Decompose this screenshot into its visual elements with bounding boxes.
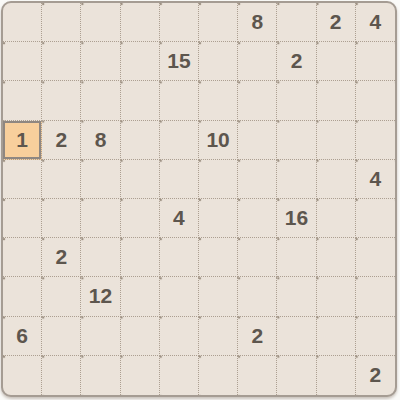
cell-r9c6[interactable] bbox=[238, 356, 277, 395]
cell-r5c0[interactable] bbox=[3, 199, 42, 238]
cell-r9c1[interactable] bbox=[42, 356, 81, 395]
cell-r8c7[interactable] bbox=[277, 317, 316, 356]
cell-r7c1[interactable] bbox=[42, 277, 81, 316]
cell-r5c6[interactable] bbox=[238, 199, 277, 238]
cell-r3c6[interactable] bbox=[238, 121, 277, 160]
cell-r4c8[interactable] bbox=[317, 160, 356, 199]
cell-r8c5[interactable] bbox=[199, 317, 238, 356]
cell-r9c7[interactable] bbox=[277, 356, 316, 395]
cell-r2c2[interactable] bbox=[81, 81, 120, 120]
cell-r2c0[interactable] bbox=[3, 81, 42, 120]
cell-r5c9[interactable] bbox=[356, 199, 395, 238]
cell-r2c7[interactable] bbox=[277, 81, 316, 120]
cell-r0c6[interactable]: 8 bbox=[238, 3, 277, 42]
cell-r1c0[interactable] bbox=[3, 42, 42, 81]
cell-r1c2[interactable] bbox=[81, 42, 120, 81]
cell-r0c8[interactable]: 2 bbox=[317, 3, 356, 42]
cell-r6c4[interactable] bbox=[160, 238, 199, 277]
cell-r7c0[interactable] bbox=[3, 277, 42, 316]
cell-r5c4[interactable]: 4 bbox=[160, 199, 199, 238]
cell-r1c5[interactable] bbox=[199, 42, 238, 81]
puzzle-grid: 824152128104416212622 bbox=[3, 3, 395, 395]
shikaku-board: 824152128104416212622 bbox=[1, 1, 397, 397]
cell-r7c7[interactable] bbox=[277, 277, 316, 316]
cell-r6c5[interactable] bbox=[199, 238, 238, 277]
cell-r2c4[interactable] bbox=[160, 81, 199, 120]
cell-r1c3[interactable] bbox=[121, 42, 160, 81]
cell-r8c4[interactable] bbox=[160, 317, 199, 356]
cell-r2c1[interactable] bbox=[42, 81, 81, 120]
cell-r6c9[interactable] bbox=[356, 238, 395, 277]
cell-r0c7[interactable] bbox=[277, 3, 316, 42]
cell-r8c1[interactable] bbox=[42, 317, 81, 356]
cell-r4c3[interactable] bbox=[121, 160, 160, 199]
cell-r5c1[interactable] bbox=[42, 199, 81, 238]
cell-r9c8[interactable] bbox=[317, 356, 356, 395]
cell-r7c9[interactable] bbox=[356, 277, 395, 316]
cell-r2c9[interactable] bbox=[356, 81, 395, 120]
cell-r6c2[interactable] bbox=[81, 238, 120, 277]
cell-r1c9[interactable] bbox=[356, 42, 395, 81]
cell-r0c3[interactable] bbox=[121, 3, 160, 42]
cell-r3c5[interactable]: 10 bbox=[199, 121, 238, 160]
cell-r7c5[interactable] bbox=[199, 277, 238, 316]
cell-r3c9[interactable] bbox=[356, 121, 395, 160]
cell-r5c3[interactable] bbox=[121, 199, 160, 238]
cell-r7c6[interactable] bbox=[238, 277, 277, 316]
cell-r8c3[interactable] bbox=[121, 317, 160, 356]
cell-r4c6[interactable] bbox=[238, 160, 277, 199]
cell-r6c7[interactable] bbox=[277, 238, 316, 277]
cell-r9c2[interactable] bbox=[81, 356, 120, 395]
cell-r4c5[interactable] bbox=[199, 160, 238, 199]
cell-r5c5[interactable] bbox=[199, 199, 238, 238]
cell-r8c9[interactable] bbox=[356, 317, 395, 356]
cell-r1c7[interactable]: 2 bbox=[277, 42, 316, 81]
cell-r8c2[interactable] bbox=[81, 317, 120, 356]
cell-r1c6[interactable] bbox=[238, 42, 277, 81]
cell-r3c3[interactable] bbox=[121, 121, 160, 160]
cell-r9c3[interactable] bbox=[121, 356, 160, 395]
cell-r0c9[interactable]: 4 bbox=[356, 3, 395, 42]
cell-r5c2[interactable] bbox=[81, 199, 120, 238]
cell-r5c8[interactable] bbox=[317, 199, 356, 238]
cell-r2c6[interactable] bbox=[238, 81, 277, 120]
cell-r3c2[interactable]: 8 bbox=[81, 121, 120, 160]
cell-r7c2[interactable]: 12 bbox=[81, 277, 120, 316]
cell-r6c0[interactable] bbox=[3, 238, 42, 277]
cell-r5c7[interactable]: 16 bbox=[277, 199, 316, 238]
cell-r0c4[interactable] bbox=[160, 3, 199, 42]
cell-r4c4[interactable] bbox=[160, 160, 199, 199]
cell-r9c5[interactable] bbox=[199, 356, 238, 395]
cell-r0c1[interactable] bbox=[42, 3, 81, 42]
cell-r6c8[interactable] bbox=[317, 238, 356, 277]
cell-r7c4[interactable] bbox=[160, 277, 199, 316]
cell-r9c0[interactable] bbox=[3, 356, 42, 395]
cell-r4c1[interactable] bbox=[42, 160, 81, 199]
cell-r2c5[interactable] bbox=[199, 81, 238, 120]
cell-r4c7[interactable] bbox=[277, 160, 316, 199]
cell-r1c4[interactable]: 15 bbox=[160, 42, 199, 81]
cell-r2c3[interactable] bbox=[121, 81, 160, 120]
cell-r3c1[interactable]: 2 bbox=[42, 121, 81, 160]
cell-r4c2[interactable] bbox=[81, 160, 120, 199]
cell-r0c5[interactable] bbox=[199, 3, 238, 42]
cell-r6c1[interactable]: 2 bbox=[42, 238, 81, 277]
cell-r2c8[interactable] bbox=[317, 81, 356, 120]
cell-r0c2[interactable] bbox=[81, 3, 120, 42]
cell-r3c0[interactable]: 1 bbox=[3, 121, 42, 160]
cell-r4c0[interactable] bbox=[3, 160, 42, 199]
cell-r4c9[interactable]: 4 bbox=[356, 160, 395, 199]
app-background: { "game": "shikaku", "board": { "rows": … bbox=[0, 0, 400, 400]
cell-r9c9[interactable]: 2 bbox=[356, 356, 395, 395]
cell-r8c8[interactable] bbox=[317, 317, 356, 356]
cell-r3c7[interactable] bbox=[277, 121, 316, 160]
cell-r6c3[interactable] bbox=[121, 238, 160, 277]
cell-r8c0[interactable]: 6 bbox=[3, 317, 42, 356]
cell-r3c4[interactable] bbox=[160, 121, 199, 160]
cell-r7c3[interactable] bbox=[121, 277, 160, 316]
cell-r9c4[interactable] bbox=[160, 356, 199, 395]
cell-r6c6[interactable] bbox=[238, 238, 277, 277]
cell-r1c8[interactable] bbox=[317, 42, 356, 81]
cell-r7c8[interactable] bbox=[317, 277, 356, 316]
cell-r3c8[interactable] bbox=[317, 121, 356, 160]
cell-r8c6[interactable]: 2 bbox=[238, 317, 277, 356]
cell-r0c0[interactable] bbox=[3, 3, 42, 42]
cell-r1c1[interactable] bbox=[42, 42, 81, 81]
